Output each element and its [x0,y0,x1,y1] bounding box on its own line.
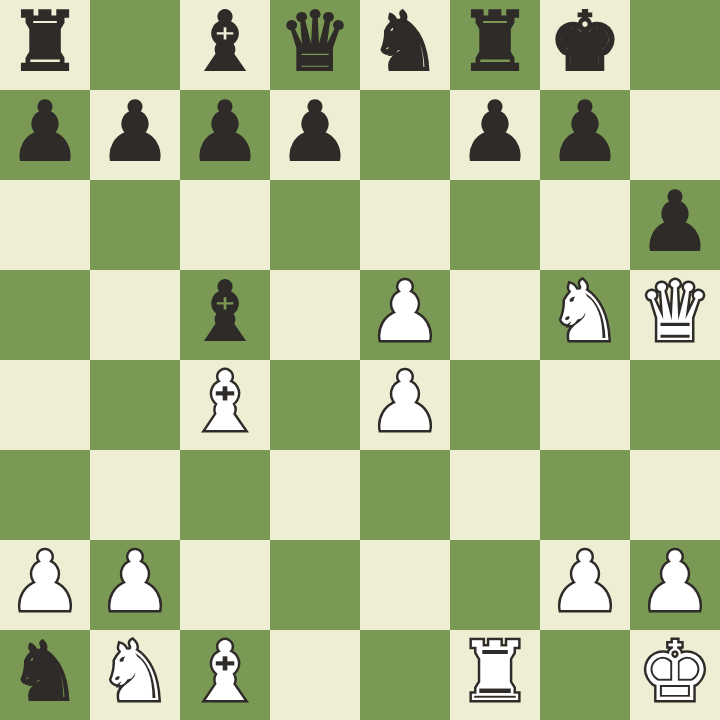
square-f8[interactable]: ♜ [450,0,540,90]
piece-black-pawn[interactable]: ♟ [8,87,82,177]
piece-black-pawn[interactable]: ♟ [548,87,622,177]
square-c2[interactable] [180,540,270,630]
square-b7[interactable]: ♟ [90,90,180,180]
square-h1[interactable]: ♚ [630,630,720,720]
piece-white-knight[interactable]: ♞ [548,267,622,357]
piece-black-rook[interactable]: ♜ [8,0,82,87]
square-d1[interactable] [270,630,360,720]
square-c7[interactable]: ♟ [180,90,270,180]
square-g1[interactable] [540,630,630,720]
piece-white-pawn[interactable]: ♟ [368,357,442,447]
square-d5[interactable] [270,270,360,360]
square-g3[interactable] [540,450,630,540]
square-b4[interactable] [90,360,180,450]
square-g5[interactable]: ♞ [540,270,630,360]
square-c5[interactable]: ♝ [180,270,270,360]
square-f7[interactable]: ♟ [450,90,540,180]
square-h7[interactable] [630,90,720,180]
square-c6[interactable] [180,180,270,270]
square-h4[interactable] [630,360,720,450]
piece-black-pawn[interactable]: ♟ [278,87,352,177]
square-a5[interactable] [0,270,90,360]
square-h6[interactable]: ♟ [630,180,720,270]
square-c8[interactable]: ♝ [180,0,270,90]
square-f2[interactable] [450,540,540,630]
square-d7[interactable]: ♟ [270,90,360,180]
piece-white-pawn[interactable]: ♟ [638,537,712,627]
square-b3[interactable] [90,450,180,540]
square-g8[interactable]: ♚ [540,0,630,90]
piece-white-king[interactable]: ♚ [638,627,712,717]
square-g7[interactable]: ♟ [540,90,630,180]
square-f1[interactable]: ♜ [450,630,540,720]
square-f5[interactable] [450,270,540,360]
piece-white-pawn[interactable]: ♟ [8,537,82,627]
square-c1[interactable]: ♝ [180,630,270,720]
piece-black-bishop[interactable]: ♝ [188,267,262,357]
square-f4[interactable] [450,360,540,450]
piece-black-pawn[interactable]: ♟ [458,87,532,177]
square-f3[interactable] [450,450,540,540]
piece-white-queen[interactable]: ♛ [638,267,712,357]
square-c4[interactable]: ♝ [180,360,270,450]
square-d4[interactable] [270,360,360,450]
piece-white-pawn[interactable]: ♟ [98,537,172,627]
square-e4[interactable]: ♟ [360,360,450,450]
square-e3[interactable] [360,450,450,540]
square-e1[interactable] [360,630,450,720]
square-e7[interactable] [360,90,450,180]
square-h3[interactable] [630,450,720,540]
square-a3[interactable] [0,450,90,540]
square-e2[interactable] [360,540,450,630]
square-b2[interactable]: ♟ [90,540,180,630]
square-d2[interactable] [270,540,360,630]
piece-black-knight[interactable]: ♞ [8,627,82,717]
square-a6[interactable] [0,180,90,270]
square-h8[interactable] [630,0,720,90]
square-d3[interactable] [270,450,360,540]
square-a8[interactable]: ♜ [0,0,90,90]
piece-white-pawn[interactable]: ♟ [368,267,442,357]
square-a7[interactable]: ♟ [0,90,90,180]
piece-black-queen[interactable]: ♛ [278,0,352,87]
square-b1[interactable]: ♞ [90,630,180,720]
square-g2[interactable]: ♟ [540,540,630,630]
square-g6[interactable] [540,180,630,270]
piece-black-pawn[interactable]: ♟ [188,87,262,177]
square-g4[interactable] [540,360,630,450]
square-e6[interactable] [360,180,450,270]
piece-black-pawn[interactable]: ♟ [638,177,712,267]
square-a2[interactable]: ♟ [0,540,90,630]
square-d6[interactable] [270,180,360,270]
piece-white-bishop[interactable]: ♝ [188,357,262,447]
piece-white-pawn[interactable]: ♟ [548,537,622,627]
square-f6[interactable] [450,180,540,270]
square-d8[interactable]: ♛ [270,0,360,90]
piece-black-rook[interactable]: ♜ [458,0,532,87]
square-b5[interactable] [90,270,180,360]
square-b6[interactable] [90,180,180,270]
piece-black-pawn[interactable]: ♟ [98,87,172,177]
piece-black-king[interactable]: ♚ [548,0,622,87]
piece-black-knight[interactable]: ♞ [368,0,442,87]
piece-white-bishop[interactable]: ♝ [188,627,262,717]
piece-white-knight[interactable]: ♞ [98,627,172,717]
square-a4[interactable] [0,360,90,450]
square-b8[interactable] [90,0,180,90]
square-h2[interactable]: ♟ [630,540,720,630]
chess-board: ♜♝♛♞♜♚♟♟♟♟♟♟♟♝♟♞♛♝♟♟♟♟♟♞♞♝♜♚ [0,0,720,720]
square-e8[interactable]: ♞ [360,0,450,90]
piece-white-rook[interactable]: ♜ [458,627,532,717]
piece-black-bishop[interactable]: ♝ [188,0,262,87]
square-a1[interactable]: ♞ [0,630,90,720]
square-c3[interactable] [180,450,270,540]
square-e5[interactable]: ♟ [360,270,450,360]
square-h5[interactable]: ♛ [630,270,720,360]
